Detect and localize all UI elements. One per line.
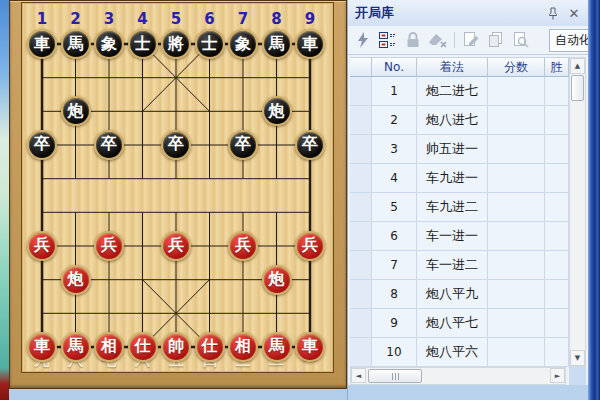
move-cell-win: [545, 193, 569, 222]
move-cell-win: [545, 135, 569, 164]
move-cell-win: [545, 77, 569, 106]
move-cell-score: [488, 164, 545, 193]
move-cell-no: 10: [372, 338, 417, 367]
piece-red-馬[interactable]: 馬: [61, 332, 91, 362]
move-cell-score: [488, 338, 545, 367]
move-row[interactable]: 6车一进一: [350, 222, 569, 251]
piece-black-卒[interactable]: 卒: [228, 130, 258, 160]
move-row[interactable]: 8炮八平九: [350, 280, 569, 309]
move-cell-ind: [350, 135, 372, 164]
header-no[interactable]: No.: [372, 57, 417, 77]
piece-black-馬[interactable]: 馬: [262, 29, 292, 59]
xiangqi-board-window: 123456789九八七六五四三二一車馬象士將士象馬車炮炮卒卒卒卒卒兵兵兵兵兵炮…: [9, 0, 347, 389]
piece-black-車[interactable]: 車: [27, 29, 57, 59]
piece-black-卒[interactable]: 卒: [295, 130, 325, 160]
piece-black-炮[interactable]: 炮: [61, 96, 91, 126]
move-cell-no: 4: [372, 164, 417, 193]
piece-red-仕[interactable]: 仕: [128, 332, 158, 362]
piece-red-兵[interactable]: 兵: [94, 231, 124, 261]
move-cell-win: [545, 106, 569, 135]
piece-black-卒[interactable]: 卒: [27, 130, 57, 160]
lightning-icon[interactable]: [352, 29, 374, 51]
move-cell-ind: [350, 309, 372, 338]
move-cell-win: [545, 280, 569, 309]
move-row[interactable]: 4车九进一: [350, 164, 569, 193]
piece-red-仕[interactable]: 仕: [195, 332, 225, 362]
move-cell-ind: [350, 193, 372, 222]
piece-black-卒[interactable]: 卒: [94, 130, 124, 160]
find-document-icon[interactable]: [510, 29, 532, 51]
clear-icon[interactable]: [427, 29, 449, 51]
vertical-scrollbar[interactable]: ▲ ▼: [569, 57, 586, 367]
move-cell-ind: [350, 77, 372, 106]
move-cell-ind: [350, 106, 372, 135]
header-move[interactable]: 着法: [417, 57, 488, 77]
opening-library-panel: 开局库 ✕: [347, 0, 600, 400]
file-label-top: 3: [99, 10, 119, 28]
move-cell-no: 3: [372, 135, 417, 164]
moves-table-header: No. 着法 分数 胜: [350, 57, 569, 77]
piece-red-帥[interactable]: 帥: [161, 332, 191, 362]
piece-black-炮[interactable]: 炮: [262, 96, 292, 126]
horizontal-scroll-thumb[interactable]: [368, 369, 422, 383]
move-cell-score: [488, 309, 545, 338]
panel-bottom-strip: [348, 385, 589, 400]
piece-black-車[interactable]: 車: [295, 29, 325, 59]
pin-icon[interactable]: [545, 5, 561, 21]
piece-red-兵[interactable]: 兵: [228, 231, 258, 261]
move-cell-move: 车九进一: [417, 164, 488, 193]
piece-red-兵[interactable]: 兵: [295, 231, 325, 261]
file-label-top: 6: [200, 10, 220, 28]
piece-black-馬[interactable]: 馬: [61, 29, 91, 59]
auto-button[interactable]: 自动化: [549, 29, 589, 52]
scroll-left-icon[interactable]: ◄: [351, 368, 366, 383]
panel-toolbar: 自动化: [348, 26, 589, 55]
move-row[interactable]: 1炮二进七: [350, 77, 569, 106]
panel-titlebar: 开局库 ✕: [348, 0, 589, 26]
header-win[interactable]: 胜: [545, 57, 569, 77]
file-label-top: 7: [233, 10, 253, 28]
move-cell-move: 帅五进一: [417, 135, 488, 164]
moves-table-body: 1炮二进七2炮八进七3帅五进一4车九进一5车九进二6车一进一7车一进二8炮八平九…: [350, 77, 569, 367]
piece-red-相[interactable]: 相: [228, 332, 258, 362]
piece-black-士[interactable]: 士: [128, 29, 158, 59]
file-label-top: 9: [300, 10, 320, 28]
move-cell-win: [545, 251, 569, 280]
move-row[interactable]: 9炮八平七: [350, 309, 569, 338]
move-row[interactable]: 7车一进二: [350, 251, 569, 280]
move-row[interactable]: 2炮八进七: [350, 106, 569, 135]
move-cell-no: 5: [372, 193, 417, 222]
move-cell-ind: [350, 222, 372, 251]
move-cell-move: 车九进二: [417, 193, 488, 222]
move-cell-no: 2: [372, 106, 417, 135]
move-cell-score: [488, 193, 545, 222]
piece-red-車[interactable]: 車: [295, 332, 325, 362]
move-cell-ind: [350, 251, 372, 280]
move-cell-win: [545, 309, 569, 338]
toolbar-separator: [454, 32, 455, 48]
moves-table: No. 着法 分数 胜 1炮二进七2炮八进七3帅五进一4车九进一5车九进二6车一…: [350, 57, 569, 367]
move-cell-score: [488, 106, 545, 135]
move-cell-move: 炮八平九: [417, 280, 488, 309]
panel-title: 开局库: [355, 4, 540, 22]
move-cell-score: [488, 251, 545, 280]
move-row[interactable]: 3帅五进一: [350, 135, 569, 164]
piece-black-象[interactable]: 象: [228, 29, 258, 59]
move-cell-no: 9: [372, 309, 417, 338]
vertical-scroll-thumb[interactable]: [571, 75, 584, 101]
move-cell-move: 炮八进七: [417, 106, 488, 135]
horizontal-scrollbar[interactable]: ◄ ►: [350, 367, 566, 385]
move-cell-win: [545, 164, 569, 193]
book-moves-icon[interactable]: [377, 29, 399, 51]
move-cell-move: 炮八平六: [417, 338, 488, 367]
move-cell-move: 炮二进七: [417, 77, 488, 106]
move-row[interactable]: 5车九进二: [350, 193, 569, 222]
close-icon[interactable]: ✕: [566, 5, 582, 21]
move-cell-ind: [350, 338, 372, 367]
move-cell-move: 炮八平七: [417, 309, 488, 338]
move-cell-no: 7: [372, 251, 417, 280]
piece-red-馬[interactable]: 馬: [262, 332, 292, 362]
piece-black-士[interactable]: 士: [195, 29, 225, 59]
header-score[interactable]: 分数: [488, 57, 545, 77]
move-cell-score: [488, 77, 545, 106]
piece-red-炮[interactable]: 炮: [262, 265, 292, 295]
piece-red-炮[interactable]: 炮: [61, 265, 91, 295]
scrollbar-corner: [569, 367, 586, 385]
piece-red-兵[interactable]: 兵: [27, 231, 57, 261]
file-label-top: 8: [267, 10, 287, 28]
scroll-right-icon[interactable]: ►: [550, 368, 565, 383]
piece-black-卒[interactable]: 卒: [161, 130, 191, 160]
copy-pages-icon[interactable]: [485, 29, 507, 51]
file-label-top: 1: [32, 10, 52, 28]
move-cell-no: 1: [372, 77, 417, 106]
move-cell-ind: [350, 280, 372, 309]
piece-black-將[interactable]: 將: [161, 29, 191, 59]
desktop-edge-strip: [0, 0, 9, 400]
move-cell-win: [545, 222, 569, 251]
file-label-top: 5: [166, 10, 186, 28]
move-cell-score: [488, 280, 545, 309]
piece-red-相[interactable]: 相: [94, 332, 124, 362]
window-border: [588, 0, 600, 400]
piece-black-象[interactable]: 象: [94, 29, 124, 59]
move-cell-score: [488, 222, 545, 251]
file-label-top: 2: [66, 10, 86, 28]
scroll-down-icon[interactable]: ▼: [570, 350, 585, 366]
move-cell-no: 8: [372, 280, 417, 309]
move-cell-move: 车一进一: [417, 222, 488, 251]
move-cell-ind: [350, 164, 372, 193]
piece-red-兵[interactable]: 兵: [161, 231, 191, 261]
move-cell-move: 车一进二: [417, 251, 488, 280]
edit-document-icon[interactable]: [460, 29, 482, 51]
piece-red-車[interactable]: 車: [27, 332, 57, 362]
move-cell-win: [545, 338, 569, 367]
lock-icon[interactable]: [402, 29, 424, 51]
move-cell-no: 6: [372, 222, 417, 251]
file-label-top: 4: [133, 10, 153, 28]
move-row[interactable]: 10炮八平六: [350, 338, 569, 367]
scroll-up-icon[interactable]: ▲: [570, 58, 585, 74]
move-cell-score: [488, 135, 545, 164]
header-indicator-cell: [350, 57, 372, 77]
